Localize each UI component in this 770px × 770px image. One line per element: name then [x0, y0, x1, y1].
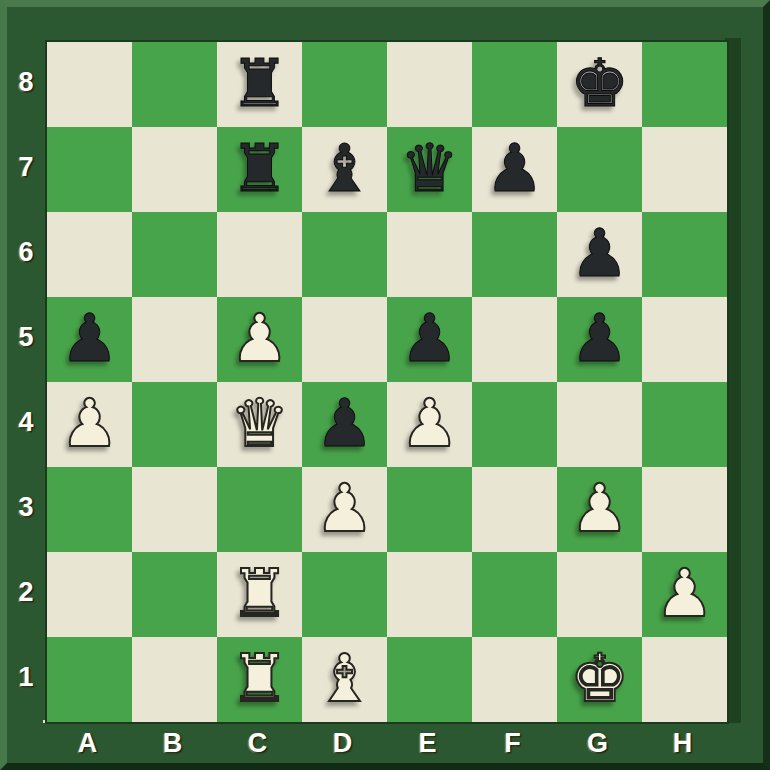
- square-g6[interactable]: ♟: [557, 212, 642, 297]
- piece-white-queen[interactable]: ♛: [217, 382, 302, 467]
- square-a2[interactable]: [47, 552, 132, 637]
- square-d6[interactable]: [302, 212, 387, 297]
- board-frame: 87654321 ♜♚♜♝♛♟♟♟♟♟♟♟♛♟♟♟♟♜♟♜♝♚ ABCDEFGH: [0, 0, 770, 770]
- file-label-b: B: [130, 723, 215, 763]
- file-label-h: H: [640, 723, 725, 763]
- square-h5[interactable]: [642, 297, 727, 382]
- square-a3[interactable]: [47, 467, 132, 552]
- square-g7[interactable]: [557, 127, 642, 212]
- file-label-f: F: [470, 723, 555, 763]
- square-c6[interactable]: [217, 212, 302, 297]
- square-f8[interactable]: [472, 42, 557, 127]
- rank-label-4: 4: [7, 380, 45, 465]
- file-label-g: G: [555, 723, 640, 763]
- square-b8[interactable]: [132, 42, 217, 127]
- file-label-d: D: [300, 723, 385, 763]
- square-b1[interactable]: [132, 637, 217, 722]
- piece-black-queen[interactable]: ♛: [387, 127, 472, 212]
- square-b6[interactable]: [132, 212, 217, 297]
- square-g2[interactable]: [557, 552, 642, 637]
- square-f7[interactable]: ♟: [472, 127, 557, 212]
- square-h3[interactable]: [642, 467, 727, 552]
- square-d8[interactable]: [302, 42, 387, 127]
- square-a8[interactable]: [47, 42, 132, 127]
- square-e2[interactable]: [387, 552, 472, 637]
- piece-black-pawn[interactable]: ♟: [557, 297, 642, 382]
- square-d4[interactable]: ♟: [302, 382, 387, 467]
- square-c2[interactable]: ♜: [217, 552, 302, 637]
- piece-white-pawn[interactable]: ♟: [302, 467, 387, 552]
- square-h1[interactable]: [642, 637, 727, 722]
- rank-labels: 87654321: [7, 40, 45, 720]
- square-e6[interactable]: [387, 212, 472, 297]
- piece-black-king[interactable]: ♚: [557, 42, 642, 127]
- square-a5[interactable]: ♟: [47, 297, 132, 382]
- square-g3[interactable]: ♟: [557, 467, 642, 552]
- square-e1[interactable]: [387, 637, 472, 722]
- square-d2[interactable]: [302, 552, 387, 637]
- file-labels: ABCDEFGH: [45, 723, 725, 763]
- square-c8[interactable]: ♜: [217, 42, 302, 127]
- square-c7[interactable]: ♜: [217, 127, 302, 212]
- rank-label-3: 3: [7, 465, 45, 550]
- square-c1[interactable]: ♜: [217, 637, 302, 722]
- rank-label-6: 6: [7, 210, 45, 295]
- rank-label-5: 5: [7, 295, 45, 380]
- square-h6[interactable]: [642, 212, 727, 297]
- square-f6[interactable]: [472, 212, 557, 297]
- piece-white-pawn[interactable]: ♟: [642, 552, 727, 637]
- square-a6[interactable]: [47, 212, 132, 297]
- piece-white-pawn[interactable]: ♟: [47, 382, 132, 467]
- piece-black-bishop[interactable]: ♝: [302, 127, 387, 212]
- square-e3[interactable]: [387, 467, 472, 552]
- square-a7[interactable]: [47, 127, 132, 212]
- square-b4[interactable]: [132, 382, 217, 467]
- square-b5[interactable]: [132, 297, 217, 382]
- piece-black-rook[interactable]: ♜: [217, 42, 302, 127]
- square-e5[interactable]: ♟: [387, 297, 472, 382]
- square-g8[interactable]: ♚: [557, 42, 642, 127]
- rank-label-1: 1: [7, 635, 45, 720]
- square-h2[interactable]: ♟: [642, 552, 727, 637]
- piece-black-pawn[interactable]: ♟: [472, 127, 557, 212]
- rank-label-7: 7: [7, 125, 45, 210]
- square-h8[interactable]: [642, 42, 727, 127]
- piece-white-rook[interactable]: ♜: [217, 552, 302, 637]
- square-d1[interactable]: ♝: [302, 637, 387, 722]
- piece-black-rook[interactable]: ♜: [217, 127, 302, 212]
- square-f5[interactable]: [472, 297, 557, 382]
- piece-white-bishop[interactable]: ♝: [302, 637, 387, 722]
- piece-black-pawn[interactable]: ♟: [302, 382, 387, 467]
- square-d5[interactable]: [302, 297, 387, 382]
- square-g5[interactable]: ♟: [557, 297, 642, 382]
- piece-black-pawn[interactable]: ♟: [557, 212, 642, 297]
- square-e4[interactable]: ♟: [387, 382, 472, 467]
- square-f1[interactable]: [472, 637, 557, 722]
- square-e8[interactable]: [387, 42, 472, 127]
- square-b7[interactable]: [132, 127, 217, 212]
- square-c3[interactable]: [217, 467, 302, 552]
- square-b2[interactable]: [132, 552, 217, 637]
- square-b3[interactable]: [132, 467, 217, 552]
- piece-black-pawn[interactable]: ♟: [387, 297, 472, 382]
- square-f4[interactable]: [472, 382, 557, 467]
- square-a1[interactable]: [47, 637, 132, 722]
- square-a4[interactable]: ♟: [47, 382, 132, 467]
- square-g1[interactable]: ♚: [557, 637, 642, 722]
- piece-black-pawn[interactable]: ♟: [47, 297, 132, 382]
- rank-label-8: 8: [7, 40, 45, 125]
- square-d3[interactable]: ♟: [302, 467, 387, 552]
- square-f2[interactable]: [472, 552, 557, 637]
- chess-board[interactable]: ♜♚♜♝♛♟♟♟♟♟♟♟♛♟♟♟♟♜♟♜♝♚: [45, 40, 729, 724]
- square-f3[interactable]: [472, 467, 557, 552]
- piece-white-rook[interactable]: ♜: [217, 637, 302, 722]
- square-h7[interactable]: [642, 127, 727, 212]
- piece-white-pawn[interactable]: ♟: [557, 467, 642, 552]
- file-label-a: A: [45, 723, 130, 763]
- piece-white-pawn[interactable]: ♟: [387, 382, 472, 467]
- square-c4[interactable]: ♛: [217, 382, 302, 467]
- piece-white-king[interactable]: ♚: [557, 637, 642, 722]
- square-c5[interactable]: ♟: [217, 297, 302, 382]
- square-d7[interactable]: ♝: [302, 127, 387, 212]
- rank-label-2: 2: [7, 550, 45, 635]
- file-label-c: C: [215, 723, 300, 763]
- square-g4[interactable]: [557, 382, 642, 467]
- file-label-e: E: [385, 723, 470, 763]
- piece-white-pawn[interactable]: ♟: [217, 297, 302, 382]
- square-e7[interactable]: ♛: [387, 127, 472, 212]
- square-h4[interactable]: [642, 382, 727, 467]
